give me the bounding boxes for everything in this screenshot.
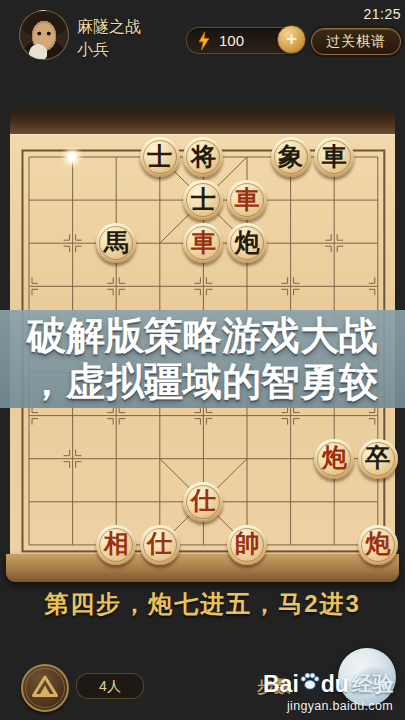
piece-将-black[interactable]: 将 (183, 137, 223, 177)
piece-glyph: 卒 (365, 445, 390, 470)
move-hint-text: 第四步，炮七进五，马2进3 (0, 588, 405, 620)
piece-炮-red[interactable]: 炮 (358, 525, 398, 565)
piece-glyph: 相 (104, 531, 129, 556)
brand-right: du (321, 671, 349, 698)
piece-glyph: 将 (191, 144, 216, 169)
player-info: 麻隧之战 小兵 (77, 15, 141, 61)
piece-glyph: 士 (191, 187, 216, 212)
piece-glyph: 象 (278, 144, 303, 169)
baidu-watermark: Bai du 经验 (263, 670, 394, 698)
piece-glyph: 炮 (235, 230, 260, 255)
piece-glyph: 馬 (104, 230, 129, 255)
banner-line2: ，虚拟疆域的智勇较 (0, 359, 405, 405)
brand-left: Bai (263, 671, 299, 698)
jingyan-label: 经验 (352, 670, 394, 698)
piece-象-black[interactable]: 象 (271, 137, 311, 177)
piece-相-red[interactable]: 相 (96, 525, 136, 565)
watermark-url: jingyan.baidu.com (287, 699, 393, 713)
piece-glyph: 帥 (235, 531, 260, 556)
game-screen: 21:25 麻隧之战 小兵 100 + 过关棋谱 楚 河漢 界 士将象車士車馬車… (0, 0, 405, 720)
piece-車-red[interactable]: 車 (227, 180, 267, 220)
player-name: 麻隧之战 (77, 15, 141, 38)
piece-glyph: 士 (147, 144, 172, 169)
piece-士-black[interactable]: 士 (183, 180, 223, 220)
piece-glyph: 仕 (191, 488, 216, 513)
piece-glyph: 炮 (322, 445, 347, 470)
piece-炮-red[interactable]: 炮 (314, 439, 354, 479)
piece-glyph: 炮 (365, 531, 390, 556)
banner-line1: 破解版策略游戏大战 (0, 313, 405, 359)
piece-仕-red[interactable]: 仕 (183, 482, 223, 522)
piece-卒-black[interactable]: 卒 (358, 439, 398, 479)
players-pill[interactable]: 4人 (76, 673, 144, 699)
player-rank: 小兵 (77, 38, 141, 61)
avatar[interactable] (19, 10, 69, 60)
energy-value: 100 (219, 32, 244, 49)
piece-馬-black[interactable]: 馬 (96, 223, 136, 263)
banner-overlay: 破解版策略游戏大战 ，虚拟疆域的智勇较 (0, 310, 405, 408)
piece-glyph: 車 (191, 230, 216, 255)
piece-glyph: 車 (322, 144, 347, 169)
piece-車-black[interactable]: 車 (314, 137, 354, 177)
piece-glyph: 車 (235, 187, 260, 212)
sparkle-effect (60, 145, 84, 169)
piece-士-black[interactable]: 士 (140, 137, 180, 177)
stage-records-button[interactable]: 过关棋谱 (311, 28, 401, 55)
piece-glyph: 仕 (147, 531, 172, 556)
lightning-icon (196, 31, 212, 55)
chevron-up-icon (23, 666, 67, 710)
add-energy-button[interactable]: + (277, 25, 306, 54)
menu-button[interactable] (21, 664, 69, 712)
piece-帥-red[interactable]: 帥 (227, 525, 267, 565)
piece-仕-red[interactable]: 仕 (140, 525, 180, 565)
piece-炮-black[interactable]: 炮 (227, 223, 267, 263)
paw-icon (300, 671, 320, 691)
status-time: 21:25 (363, 6, 401, 22)
piece-車-red[interactable]: 車 (183, 223, 223, 263)
